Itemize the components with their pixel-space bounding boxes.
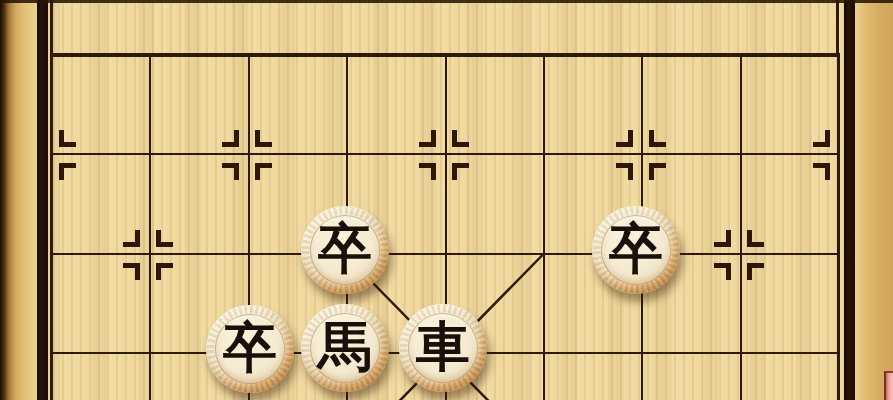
clipped-ui-element <box>884 371 893 400</box>
piece-black-soldier-c9[interactable]: 卒 <box>206 305 294 393</box>
piece-face: 馬 <box>310 313 380 383</box>
board-cell <box>643 354 741 400</box>
piece-glyph: 卒 <box>318 222 372 276</box>
piece-face: 卒 <box>310 215 380 285</box>
river-right-edge-line <box>836 0 839 57</box>
river-left-edge-line <box>50 0 53 57</box>
piece-glyph: 卒 <box>223 321 277 375</box>
board-right-margin-wood <box>855 0 893 400</box>
rank5-line-cropped <box>0 0 893 3</box>
board-frame-left <box>37 0 48 400</box>
piece-glyph: 車 <box>416 320 470 374</box>
xiangqi-board-screenshot: 卒 卒 卒 馬 車 <box>0 0 893 400</box>
piece-face: 卒 <box>601 215 671 285</box>
piece-glyph: 卒 <box>609 222 663 276</box>
piece-black-chariot-e9[interactable]: 車 <box>399 304 487 392</box>
piece-black-horse-d9[interactable]: 馬 <box>301 304 389 392</box>
piece-face: 車 <box>408 313 478 383</box>
board-cell <box>545 354 643 400</box>
board-left-margin-wood <box>0 0 37 400</box>
piece-black-soldier-d8[interactable]: 卒 <box>301 206 389 294</box>
board-cell <box>742 354 840 400</box>
piece-glyph: 馬 <box>318 320 372 374</box>
board-cell <box>53 354 151 400</box>
piece-black-soldier-g8[interactable]: 卒 <box>592 206 680 294</box>
board-frame-right <box>844 0 855 400</box>
piece-face: 卒 <box>215 314 285 384</box>
